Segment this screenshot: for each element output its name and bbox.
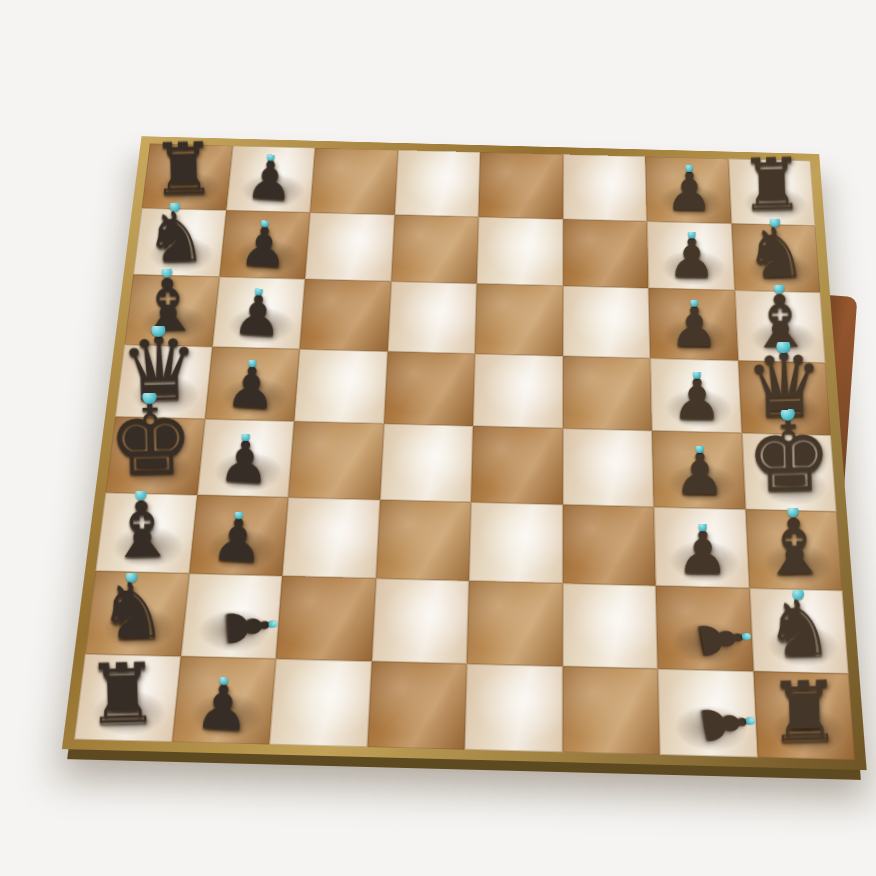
pawn-icon: ♟	[671, 371, 722, 427]
pawn-icon: ♟	[232, 287, 284, 345]
square-e6[interactable]	[469, 502, 562, 583]
square-g1[interactable]: ♟	[645, 156, 731, 223]
square-c8[interactable]	[269, 658, 371, 747]
square-d4[interactable]	[384, 351, 475, 426]
square-g8[interactable]: ♟	[658, 668, 758, 757]
piece-right-pawn[interactable]: ♟	[689, 614, 753, 664]
square-g5[interactable]: ♟	[652, 431, 745, 509]
pawn-icon: ♟	[689, 614, 753, 664]
square-f8[interactable]	[562, 666, 660, 755]
pawn-icon: ♟	[667, 231, 716, 285]
square-a8[interactable]: ♜	[74, 653, 180, 742]
square-b5[interactable]: ♟	[197, 419, 294, 497]
king-icon: ♚	[106, 392, 194, 490]
pawn-icon: ♟	[238, 219, 289, 276]
piece-left-pawn[interactable]: ♟	[225, 358, 278, 417]
knight-icon: ♞	[764, 589, 835, 667]
square-d8[interactable]	[367, 661, 467, 750]
piece-left-pawn[interactable]: ♟	[232, 287, 284, 345]
square-b7[interactable]: ♟	[180, 573, 282, 658]
square-a7[interactable]: ♞	[85, 571, 189, 656]
board-tilt-wrapper: ♜♟♟♜♞♟♟♞♝♟♟♝♛♟♟♛♚♟♟♚♝♟♟♝♞♟♟♞♜♟♟♜	[62, 136, 867, 770]
pawn-icon: ♟	[194, 675, 252, 739]
square-g6[interactable]: ♟	[654, 507, 749, 589]
square-c1[interactable]	[310, 148, 398, 215]
square-e4[interactable]	[473, 353, 563, 428]
piece-left-pawn[interactable]: ♟	[218, 602, 278, 651]
photo-stage: ♜♟♟♜♞♟♟♞♝♟♟♝♛♟♟♛♚♟♟♚♝♟♟♝♞♟♟♞♜♟♟♜	[0, 0, 876, 876]
piece-left-pawn[interactable]: ♟	[194, 675, 252, 739]
square-f4[interactable]	[562, 356, 651, 431]
square-d6[interactable]	[376, 499, 471, 580]
square-g3[interactable]: ♟	[649, 288, 738, 360]
piece-right-rook[interactable]: ♜	[739, 148, 805, 221]
piece-left-rook[interactable]: ♜	[150, 133, 216, 206]
square-b1[interactable]: ♟	[226, 146, 315, 213]
piece-right-pawn[interactable]: ♟	[665, 165, 713, 218]
turquoise-bead-icon	[151, 323, 165, 337]
pawn-icon: ♟	[676, 523, 729, 582]
bishop-icon: ♝	[106, 489, 177, 568]
piece-left-bishop[interactable]: ♝	[106, 489, 177, 568]
turquoise-bead-icon	[125, 570, 137, 582]
square-d2[interactable]	[391, 214, 479, 283]
square-f2[interactable]	[563, 219, 649, 288]
piece-right-rook[interactable]: ♜	[767, 670, 843, 755]
square-e8[interactable]	[465, 663, 563, 752]
square-d7[interactable]	[371, 578, 469, 663]
king-icon: ♚	[745, 409, 833, 507]
pawn-icon: ♟	[674, 446, 726, 504]
pawn-icon: ♟	[217, 433, 272, 493]
piece-left-king[interactable]: ♚	[106, 392, 194, 490]
square-f6[interactable]	[562, 504, 655, 586]
piece-left-pawn[interactable]: ♟	[238, 219, 289, 276]
square-f1[interactable]	[563, 154, 647, 221]
square-b4[interactable]: ♟	[205, 346, 300, 421]
square-f7[interactable]	[562, 583, 657, 668]
square-d5[interactable]	[380, 424, 473, 502]
square-c3[interactable]	[300, 279, 391, 351]
rook-icon: ♜	[84, 652, 160, 737]
square-d3[interactable]	[387, 281, 476, 353]
square-e2[interactable]	[477, 217, 563, 286]
piece-right-pawn[interactable]: ♟	[671, 371, 722, 427]
piece-left-pawn[interactable]: ♟	[210, 510, 266, 571]
square-c4[interactable]	[294, 349, 387, 424]
piece-left-pawn[interactable]: ♟	[245, 153, 295, 208]
pawn-icon: ♟	[692, 698, 758, 750]
square-e3[interactable]	[475, 284, 563, 356]
rook-icon: ♜	[739, 148, 805, 221]
square-b2[interactable]: ♟	[219, 210, 310, 279]
square-c2[interactable]	[305, 212, 394, 281]
square-h7[interactable]: ♞	[749, 588, 849, 673]
piece-right-pawn[interactable]: ♟	[676, 523, 729, 582]
square-g4[interactable]: ♟	[650, 358, 741, 433]
square-b8[interactable]: ♟	[172, 656, 276, 745]
piece-right-king[interactable]: ♚	[745, 409, 833, 507]
square-c6[interactable]	[282, 497, 379, 578]
pawn-icon: ♟	[210, 510, 266, 571]
piece-right-pawn[interactable]: ♟	[692, 698, 758, 750]
pawn-icon: ♟	[225, 358, 278, 417]
knight-icon: ♞	[97, 572, 168, 650]
square-e7[interactable]	[467, 581, 563, 666]
square-h8[interactable]: ♜	[753, 671, 855, 760]
square-f5[interactable]	[562, 428, 653, 506]
pawn-icon: ♟	[669, 300, 719, 355]
piece-left-knight[interactable]: ♞	[97, 572, 168, 650]
piece-right-pawn[interactable]: ♟	[669, 300, 719, 355]
chessboard[interactable]: ♜♟♟♜♞♟♟♞♝♟♟♝♛♟♟♛♚♟♟♚♝♟♟♝♞♟♟♞♜♟♟♜	[74, 143, 855, 759]
piece-right-bishop[interactable]: ♝	[759, 507, 830, 586]
rook-icon: ♜	[767, 670, 843, 755]
bishop-icon: ♝	[759, 507, 830, 586]
square-f3[interactable]	[563, 286, 651, 358]
square-b3[interactable]: ♟	[212, 277, 305, 349]
piece-right-knight[interactable]: ♞	[764, 589, 835, 667]
square-c7[interactable]	[276, 576, 376, 661]
square-h6[interactable]: ♝	[745, 509, 842, 591]
piece-right-pawn[interactable]: ♟	[674, 446, 726, 504]
square-a5[interactable]: ♚	[106, 417, 205, 495]
rook-icon: ♜	[150, 133, 216, 206]
square-e1[interactable]	[478, 152, 562, 219]
piece-left-rook[interactable]: ♜	[84, 652, 160, 737]
square-h5[interactable]: ♚	[741, 433, 836, 511]
pawn-icon: ♟	[218, 602, 278, 651]
pawn-icon: ♟	[665, 165, 713, 218]
pawn-icon: ♟	[245, 153, 295, 208]
brass-board-frame: ♜♟♟♜♞♟♟♞♝♟♟♝♛♟♟♛♚♟♟♚♝♟♟♝♞♟♟♞♜♟♟♜	[62, 136, 867, 770]
square-c5[interactable]	[288, 421, 383, 499]
turquoise-bead-icon	[135, 488, 147, 500]
square-g7[interactable]: ♟	[656, 586, 753, 671]
turquoise-bead-icon	[770, 216, 781, 227]
piece-left-pawn[interactable]: ♟	[217, 433, 272, 493]
piece-right-pawn[interactable]: ♟	[667, 231, 716, 285]
square-b6[interactable]: ♟	[189, 495, 288, 576]
turquoise-bead-icon	[170, 200, 181, 211]
square-g2[interactable]: ♟	[647, 221, 735, 290]
square-a6[interactable]: ♝	[95, 492, 196, 573]
square-e5[interactable]	[471, 426, 562, 504]
square-d1[interactable]	[394, 150, 480, 217]
